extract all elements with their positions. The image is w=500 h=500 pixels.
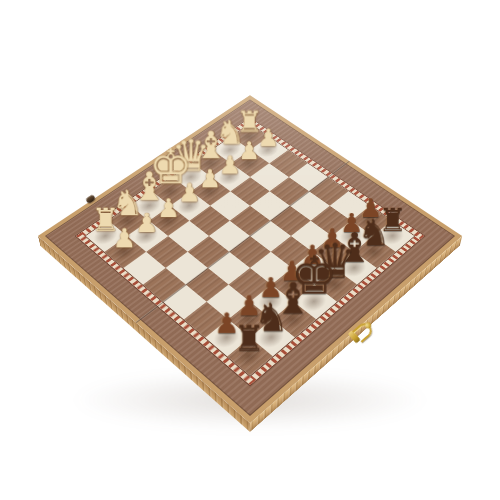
board-top: ♜♞♝♛♚♝♞♜♟♟♟♟♟♟♟♟♟♟♟♟♟♟♟♟♜♞♝♛♚♝♞♜ (38, 95, 462, 423)
chess-board: ♜♞♝♛♚♝♞♜♟♟♟♟♟♟♟♟♟♟♟♟♟♟♟♟♜♞♝♛♚♝♞♜ (38, 95, 462, 423)
square-d4 (230, 206, 270, 236)
square-h8: ♜ (227, 338, 272, 376)
black-rook-icon: ♜ (220, 321, 280, 356)
white-pawn-icon: ♟ (98, 225, 153, 251)
checkered-trim-border: ♜♞♝♛♚♝♞♜♟♟♟♟♟♟♟♟♟♟♟♟♟♟♟♟♜♞♝♛♚♝♞♜ (75, 117, 426, 386)
veneer-border: ♜♞♝♛♚♝♞♜♟♟♟♟♟♟♟♟♟♟♟♟♟♟♟♟♜♞♝♛♚♝♞♜ (45, 99, 455, 416)
chess-set-photo: ♜♞♝♛♚♝♞♜♟♟♟♟♟♟♟♟♟♟♟♟♟♟♟♟♜♞♝♛♚♝♞♜ (0, 0, 500, 500)
